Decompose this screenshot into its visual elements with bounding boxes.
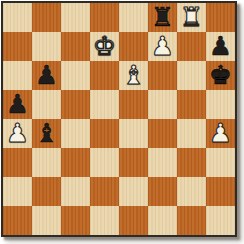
square-c7[interactable] [61,32,90,61]
black-bishop: ♝ [35,119,58,148]
square-a3[interactable] [3,148,32,177]
square-d5[interactable] [90,90,119,119]
square-f1[interactable] [148,206,177,235]
square-h7[interactable]: ♟ [206,32,235,61]
chess-diagram: ♜♜♚♟♟♟♝♚♟♟♝♟ [1,1,237,237]
chess-board: ♜♜♚♟♟♟♝♚♟♟♝♟ [1,1,237,237]
square-f5[interactable] [148,90,177,119]
square-e4[interactable] [119,119,148,148]
square-b6[interactable]: ♟ [32,61,61,90]
white-pawn: ♟ [209,119,232,148]
square-e2[interactable] [119,177,148,206]
square-g4[interactable] [177,119,206,148]
square-g7[interactable] [177,32,206,61]
square-b8[interactable] [32,3,61,32]
square-c3[interactable] [61,148,90,177]
white-bishop: ♝ [122,61,145,90]
square-c2[interactable] [61,177,90,206]
square-g2[interactable] [177,177,206,206]
square-d3[interactable] [90,148,119,177]
square-h1[interactable] [206,206,235,235]
square-h8[interactable] [206,3,235,32]
square-c5[interactable] [61,90,90,119]
black-pawn: ♟ [35,61,58,90]
square-b2[interactable] [32,177,61,206]
square-b1[interactable] [32,206,61,235]
square-a7[interactable] [3,32,32,61]
square-f2[interactable] [148,177,177,206]
square-g8[interactable]: ♜ [177,3,206,32]
square-f7[interactable]: ♟ [148,32,177,61]
square-d8[interactable] [90,3,119,32]
black-rook: ♜ [151,3,174,32]
square-d1[interactable] [90,206,119,235]
square-a6[interactable] [3,61,32,90]
square-a1[interactable] [3,206,32,235]
square-c8[interactable] [61,3,90,32]
square-e7[interactable] [119,32,148,61]
white-pawn: ♟ [6,119,29,148]
square-g1[interactable] [177,206,206,235]
square-a8[interactable] [3,3,32,32]
square-g5[interactable] [177,90,206,119]
black-pawn: ♟ [209,32,232,61]
square-e5[interactable] [119,90,148,119]
square-e1[interactable] [119,206,148,235]
square-e6[interactable]: ♝ [119,61,148,90]
square-h4[interactable]: ♟ [206,119,235,148]
square-c6[interactable] [61,61,90,90]
square-f6[interactable] [148,61,177,90]
square-g3[interactable] [177,148,206,177]
square-b4[interactable]: ♝ [32,119,61,148]
square-d6[interactable] [90,61,119,90]
square-f8[interactable]: ♜ [148,3,177,32]
square-c1[interactable] [61,206,90,235]
square-d4[interactable] [90,119,119,148]
square-a5[interactable]: ♟ [3,90,32,119]
square-h5[interactable] [206,90,235,119]
white-king: ♚ [93,32,116,61]
square-f3[interactable] [148,148,177,177]
square-g6[interactable] [177,61,206,90]
square-d2[interactable] [90,177,119,206]
black-king: ♚ [209,61,232,90]
square-f4[interactable] [148,119,177,148]
white-rook: ♜ [180,3,203,32]
square-h3[interactable] [206,148,235,177]
square-h2[interactable] [206,177,235,206]
black-pawn: ♟ [6,90,29,119]
square-a2[interactable] [3,177,32,206]
square-b5[interactable] [32,90,61,119]
white-pawn: ♟ [151,32,174,61]
square-h6[interactable]: ♚ [206,61,235,90]
square-c4[interactable] [61,119,90,148]
square-b7[interactable] [32,32,61,61]
square-e3[interactable] [119,148,148,177]
square-b3[interactable] [32,148,61,177]
square-a4[interactable]: ♟ [3,119,32,148]
square-d7[interactable]: ♚ [90,32,119,61]
square-e8[interactable] [119,3,148,32]
